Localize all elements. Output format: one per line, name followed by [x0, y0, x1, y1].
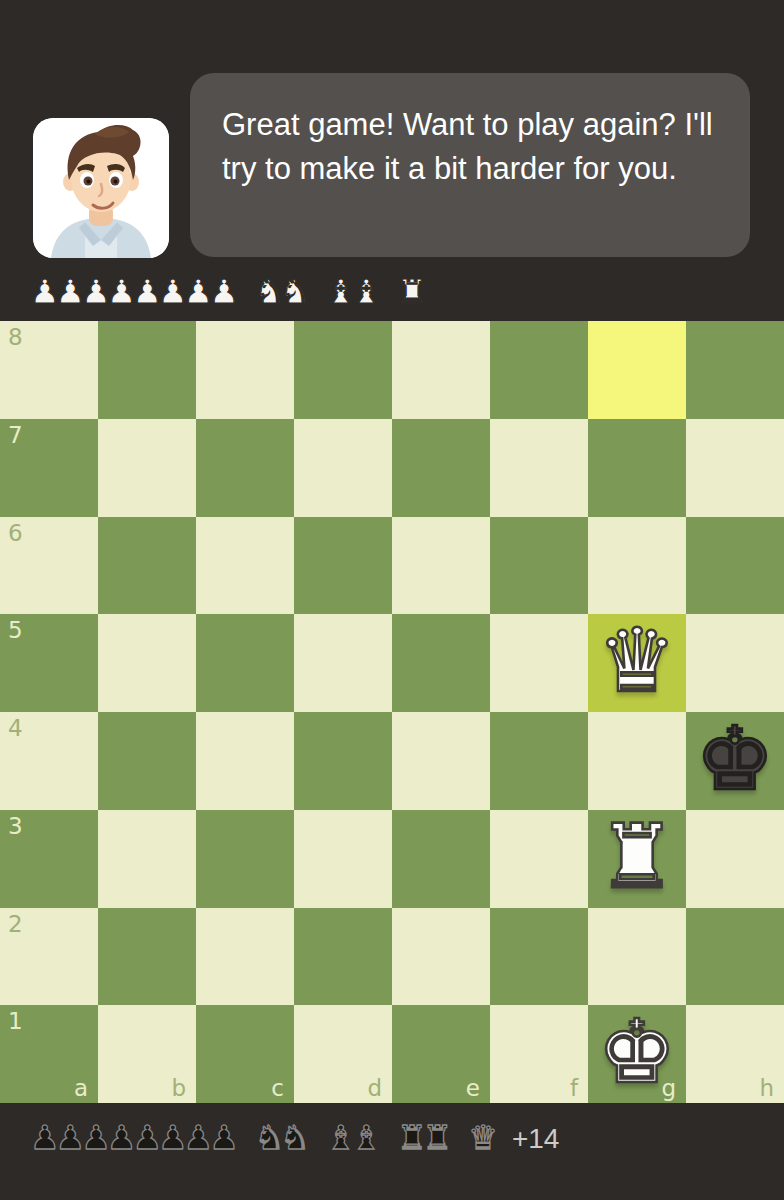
square-e7[interactable]	[392, 419, 490, 517]
square-c1[interactable]: c	[196, 1005, 294, 1103]
file-label-e: e	[466, 1075, 480, 1101]
chess-board: 8765♛4♚3♜21abcdefg♚h	[0, 321, 784, 1103]
square-f6[interactable]	[490, 517, 588, 615]
square-e4[interactable]	[392, 712, 490, 810]
captured-group-rook: ♜♜	[397, 1120, 452, 1156]
square-a4[interactable]: 4	[0, 712, 98, 810]
square-f4[interactable]	[490, 712, 588, 810]
square-h8[interactable]	[686, 321, 784, 419]
captured-queen-icon: ♛	[468, 1120, 498, 1156]
square-b8[interactable]	[98, 321, 196, 419]
captured-pieces-bottom-tray: ♟♟♟♟♟♟♟♟♞♞♝♝♜♜♛+14	[30, 1118, 559, 1156]
square-a3[interactable]: 3	[0, 810, 98, 908]
white-king[interactable]: ♚	[598, 1008, 677, 1096]
square-h1[interactable]: h	[686, 1005, 784, 1103]
square-d7[interactable]	[294, 419, 392, 517]
rank-label-1: 1	[8, 1008, 23, 1034]
square-b6[interactable]	[98, 517, 196, 615]
captured-group-knight: ♞♞	[255, 274, 310, 310]
square-g7[interactable]	[588, 419, 686, 517]
square-h2[interactable]	[686, 908, 784, 1006]
captured-pawn-icon: ♟	[209, 1120, 239, 1156]
square-d5[interactable]	[294, 614, 392, 712]
captured-group-pawn: ♟♟♟♟♟♟♟♟	[30, 274, 239, 310]
square-d1[interactable]: d	[294, 1005, 392, 1103]
file-label-a: a	[74, 1075, 88, 1101]
file-label-b: b	[171, 1075, 186, 1101]
square-a8[interactable]: 8	[0, 321, 98, 419]
square-f3[interactable]	[490, 810, 588, 908]
square-c8[interactable]	[196, 321, 294, 419]
square-b5[interactable]	[98, 614, 196, 712]
square-e6[interactable]	[392, 517, 490, 615]
square-f8[interactable]	[490, 321, 588, 419]
captured-bishop-icon: ♝	[352, 1120, 382, 1156]
black-king[interactable]: ♚	[696, 715, 775, 803]
square-g1[interactable]: g♚	[588, 1005, 686, 1103]
square-h7[interactable]	[686, 419, 784, 517]
square-d4[interactable]	[294, 712, 392, 810]
rank-label-6: 6	[8, 520, 23, 546]
chat-message: Great game! Want to play again? I'll try…	[222, 107, 713, 186]
square-f7[interactable]	[490, 419, 588, 517]
captured-pieces-top-tray: ♟♟♟♟♟♟♟♟♞♞♝♝♜	[30, 272, 427, 310]
square-c7[interactable]	[196, 419, 294, 517]
square-b7[interactable]	[98, 419, 196, 517]
square-h4[interactable]: ♚	[686, 712, 784, 810]
square-e1[interactable]: e	[392, 1005, 490, 1103]
captured-knight-icon: ♞	[280, 1120, 310, 1156]
square-f1[interactable]: f	[490, 1005, 588, 1103]
square-b4[interactable]	[98, 712, 196, 810]
captured-group-knight: ♞♞	[255, 1120, 310, 1156]
square-b3[interactable]	[98, 810, 196, 908]
square-f2[interactable]	[490, 908, 588, 1006]
opponent-avatar	[33, 118, 169, 258]
square-h6[interactable]	[686, 517, 784, 615]
captured-pawn-icon: ♟	[209, 274, 239, 310]
square-a5[interactable]: 5	[0, 614, 98, 712]
square-d2[interactable]	[294, 908, 392, 1006]
square-e2[interactable]	[392, 908, 490, 1006]
square-b2[interactable]	[98, 908, 196, 1006]
square-e3[interactable]	[392, 810, 490, 908]
square-g2[interactable]	[588, 908, 686, 1006]
square-g3[interactable]: ♜	[588, 810, 686, 908]
rank-label-3: 3	[8, 813, 23, 839]
rank-label-8: 8	[8, 324, 23, 350]
square-g6[interactable]	[588, 517, 686, 615]
material-score: +14	[512, 1117, 560, 1157]
square-e8[interactable]	[392, 321, 490, 419]
square-d8[interactable]	[294, 321, 392, 419]
white-queen[interactable]: ♛	[598, 617, 677, 705]
square-c6[interactable]	[196, 517, 294, 615]
file-label-c: c	[271, 1075, 284, 1101]
file-label-h: h	[759, 1075, 774, 1101]
square-g5[interactable]: ♛	[588, 614, 686, 712]
square-h3[interactable]	[686, 810, 784, 908]
square-d6[interactable]	[294, 517, 392, 615]
square-g8[interactable]	[588, 321, 686, 419]
rank-label-5: 5	[8, 617, 23, 643]
captured-rook-icon: ♜	[423, 1120, 453, 1156]
square-a1[interactable]: 1a	[0, 1005, 98, 1103]
white-rook[interactable]: ♜	[598, 813, 677, 901]
captured-rook-icon: ♜	[397, 274, 427, 310]
rank-label-2: 2	[8, 911, 23, 937]
file-label-d: d	[367, 1075, 382, 1101]
captured-group-rook: ♜	[397, 274, 427, 310]
square-h5[interactable]	[686, 614, 784, 712]
square-d3[interactable]	[294, 810, 392, 908]
captured-group-pawn: ♟♟♟♟♟♟♟♟	[30, 1120, 239, 1156]
square-f5[interactable]	[490, 614, 588, 712]
cartoon-man-avatar-image	[33, 118, 169, 258]
rank-label-4: 4	[8, 715, 23, 741]
rank-label-7: 7	[8, 422, 23, 448]
chat-bubble: Great game! Want to play again? I'll try…	[190, 73, 750, 257]
square-c2[interactable]	[196, 908, 294, 1006]
square-c5[interactable]	[196, 614, 294, 712]
captured-group-bishop: ♝♝	[326, 1120, 381, 1156]
square-a6[interactable]: 6	[0, 517, 98, 615]
square-g4[interactable]	[588, 712, 686, 810]
file-label-f: f	[570, 1075, 578, 1101]
square-a7[interactable]: 7	[0, 419, 98, 517]
square-a2[interactable]: 2	[0, 908, 98, 1006]
square-e5[interactable]	[392, 614, 490, 712]
square-c4[interactable]	[196, 712, 294, 810]
captured-group-queen: ♛	[468, 1120, 498, 1156]
captured-bishop-icon: ♝	[352, 274, 382, 310]
square-b1[interactable]: b	[98, 1005, 196, 1103]
captured-knight-icon: ♞	[280, 274, 310, 310]
captured-group-bishop: ♝♝	[326, 274, 381, 310]
square-c3[interactable]	[196, 810, 294, 908]
